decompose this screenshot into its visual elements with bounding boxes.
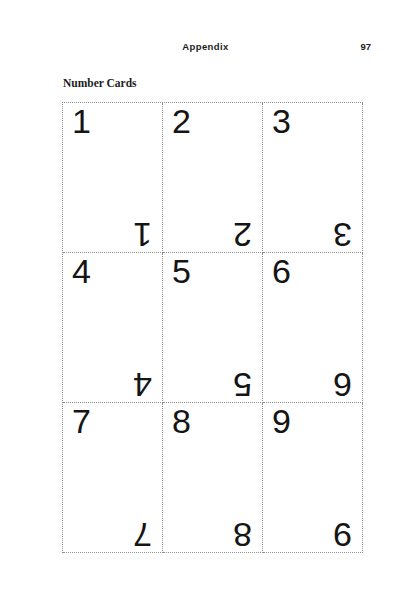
card-cell-4: 4 4 <box>63 253 163 403</box>
card-number-bottom-inverted: 7 <box>133 518 152 552</box>
card-cell-9: 9 9 <box>263 403 363 553</box>
document-page: Appendix 97 Number Cards 1 1 2 2 3 3 4 4… <box>0 0 411 595</box>
card-number-top: 3 <box>272 104 291 138</box>
card-number-bottom-inverted: 4 <box>133 368 152 402</box>
card-cell-1: 1 1 <box>63 103 163 253</box>
card-number-bottom-inverted: 5 <box>233 368 252 402</box>
number-cards-grid: 1 1 2 2 3 3 4 4 5 5 6 6 7 7 8 8 <box>62 102 363 553</box>
card-number-top: 5 <box>172 254 191 288</box>
card-cell-2: 2 2 <box>163 103 263 253</box>
card-number-bottom-inverted: 2 <box>233 218 252 252</box>
card-cell-5: 5 5 <box>163 253 263 403</box>
card-cell-8: 8 8 <box>163 403 263 553</box>
card-cell-3: 3 3 <box>263 103 363 253</box>
card-number-bottom-inverted: 6 <box>333 368 352 402</box>
card-number-top: 4 <box>72 254 91 288</box>
section-title: Number Cards <box>63 77 137 89</box>
card-number-top: 8 <box>172 404 191 438</box>
card-number-top: 9 <box>272 404 291 438</box>
card-number-bottom-inverted: 8 <box>233 518 252 552</box>
card-number-bottom-inverted: 1 <box>133 218 152 252</box>
card-cell-6: 6 6 <box>263 253 363 403</box>
card-number-bottom-inverted: 3 <box>333 218 352 252</box>
card-number-top: 6 <box>272 254 291 288</box>
card-number-top: 2 <box>172 104 191 138</box>
card-number-top: 1 <box>72 104 91 138</box>
running-head-title: Appendix <box>0 41 411 52</box>
card-cell-7: 7 7 <box>63 403 163 553</box>
card-number-top: 7 <box>72 404 91 438</box>
card-number-bottom-inverted: 9 <box>333 518 352 552</box>
page-number: 97 <box>360 41 371 52</box>
